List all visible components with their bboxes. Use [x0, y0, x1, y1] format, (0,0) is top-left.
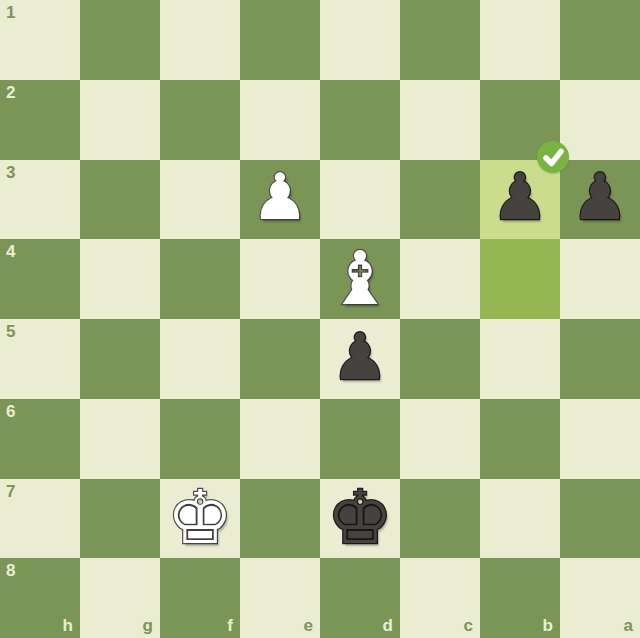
square-g8[interactable]: g — [80, 558, 160, 638]
square-b6[interactable] — [480, 399, 560, 479]
square-b8[interactable]: b — [480, 558, 560, 638]
rank-label-8: 8 — [6, 561, 15, 581]
file-label-g: g — [143, 616, 153, 636]
square-b4[interactable] — [480, 239, 560, 319]
file-label-a: a — [624, 616, 633, 636]
square-g4[interactable] — [80, 239, 160, 319]
rank-label-7: 7 — [6, 482, 15, 502]
square-d6[interactable] — [320, 399, 400, 479]
rank-label-6: 6 — [6, 402, 15, 422]
square-h5[interactable]: 5 — [0, 319, 80, 399]
square-f7[interactable]: ♚ — [160, 479, 240, 559]
square-c1[interactable] — [400, 0, 480, 80]
file-label-d: d — [383, 616, 393, 636]
square-h2[interactable]: 2 — [0, 80, 80, 160]
square-g1[interactable] — [80, 0, 160, 80]
correct-move-badge — [537, 141, 569, 173]
square-e2[interactable] — [240, 80, 320, 160]
square-d8[interactable]: d — [320, 558, 400, 638]
square-g7[interactable] — [80, 479, 160, 559]
square-h6[interactable]: 6 — [0, 399, 80, 479]
square-h3[interactable]: 3 — [0, 160, 80, 240]
black-pawn[interactable]: ♟ — [320, 319, 400, 399]
rank-label-5: 5 — [6, 322, 15, 342]
square-f4[interactable] — [160, 239, 240, 319]
square-a5[interactable] — [560, 319, 640, 399]
square-a8[interactable]: a — [560, 558, 640, 638]
square-d4[interactable]: ♝ — [320, 239, 400, 319]
square-c3[interactable] — [400, 160, 480, 240]
square-a3[interactable]: ♟ — [560, 160, 640, 240]
black-pawn[interactable]: ♟ — [560, 160, 640, 240]
chess-board: 123♟♟♟4♝5♟67♚♚8hgfedcba — [0, 0, 640, 638]
rank-label-1: 1 — [6, 3, 15, 23]
square-g6[interactable] — [80, 399, 160, 479]
square-d5[interactable]: ♟ — [320, 319, 400, 399]
file-label-e: e — [304, 616, 313, 636]
square-d7[interactable]: ♚ — [320, 479, 400, 559]
square-e5[interactable] — [240, 319, 320, 399]
file-label-c: c — [464, 616, 473, 636]
square-a1[interactable] — [560, 0, 640, 80]
file-label-f: f — [227, 616, 233, 636]
square-h1[interactable]: 1 — [0, 0, 80, 80]
square-c4[interactable] — [400, 239, 480, 319]
square-b1[interactable] — [480, 0, 560, 80]
square-d3[interactable] — [320, 160, 400, 240]
square-c6[interactable] — [400, 399, 480, 479]
square-e6[interactable] — [240, 399, 320, 479]
square-h4[interactable]: 4 — [0, 239, 80, 319]
rank-label-4: 4 — [6, 242, 15, 262]
square-g2[interactable] — [80, 80, 160, 160]
board-wrap: 123♟♟♟4♝5♟67♚♚8hgfedcba — [0, 0, 640, 638]
square-f6[interactable] — [160, 399, 240, 479]
square-c5[interactable] — [400, 319, 480, 399]
square-b3[interactable]: ♟ — [480, 160, 560, 240]
square-g5[interactable] — [80, 319, 160, 399]
square-e7[interactable] — [240, 479, 320, 559]
square-g3[interactable] — [80, 160, 160, 240]
rank-label-2: 2 — [6, 83, 15, 103]
square-c7[interactable] — [400, 479, 480, 559]
square-f8[interactable]: f — [160, 558, 240, 638]
square-e3[interactable]: ♟ — [240, 160, 320, 240]
black-king[interactable]: ♚ — [320, 479, 400, 559]
square-f3[interactable] — [160, 160, 240, 240]
square-e1[interactable] — [240, 0, 320, 80]
square-f5[interactable] — [160, 319, 240, 399]
white-king[interactable]: ♚ — [160, 479, 240, 559]
square-f1[interactable] — [160, 0, 240, 80]
square-c2[interactable] — [400, 80, 480, 160]
white-pawn[interactable]: ♟ — [240, 160, 320, 240]
square-a4[interactable] — [560, 239, 640, 319]
square-a2[interactable] — [560, 80, 640, 160]
square-h8[interactable]: 8h — [0, 558, 80, 638]
square-c8[interactable]: c — [400, 558, 480, 638]
square-d1[interactable] — [320, 0, 400, 80]
square-h7[interactable]: 7 — [0, 479, 80, 559]
square-a6[interactable] — [560, 399, 640, 479]
square-e8[interactable]: e — [240, 558, 320, 638]
white-bishop[interactable]: ♝ — [320, 239, 400, 319]
file-label-b: b — [543, 616, 553, 636]
square-b5[interactable] — [480, 319, 560, 399]
square-e4[interactable] — [240, 239, 320, 319]
check-icon — [537, 141, 569, 173]
square-f2[interactable] — [160, 80, 240, 160]
file-label-h: h — [63, 616, 73, 636]
rank-label-3: 3 — [6, 163, 15, 183]
square-a7[interactable] — [560, 479, 640, 559]
square-d2[interactable] — [320, 80, 400, 160]
square-b7[interactable] — [480, 479, 560, 559]
